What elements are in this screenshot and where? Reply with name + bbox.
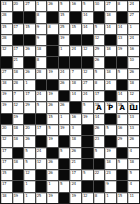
white-cell-r9c9[interactable]: 17: [94, 91, 105, 101]
white-cell-r9c3[interactable]: 17: [24, 91, 35, 101]
cell-number: 17: [95, 91, 99, 96]
white-cell-r15c5[interactable]: 26: [47, 159, 58, 169]
white-cell-r8c3[interactable]: 1: [24, 80, 35, 90]
white-cell-r9c7[interactable]: 14: [70, 91, 81, 101]
cell-number: 19: [106, 148, 110, 153]
white-cell-r5c1[interactable]: 12: [1, 46, 12, 56]
white-cell-r10c3[interactable]: 29: [24, 102, 35, 112]
white-cell-r14c12[interactable]: 4: [128, 148, 139, 158]
white-cell-r13c3[interactable]: 26: [24, 136, 35, 146]
white-cell-r18c12[interactable]: 11: [128, 193, 139, 203]
white-cell-r12c6[interactable]: 19: [59, 125, 70, 135]
white-cell-r8c2[interactable]: 28: [13, 80, 24, 90]
cell-number: 5: [48, 125, 50, 130]
white-cell-r15c3[interactable]: 5: [24, 159, 35, 169]
white-cell-r5c6[interactable]: 1: [59, 46, 70, 56]
cell-number: 1: [37, 1, 39, 6]
white-cell-r17c7[interactable]: 24: [70, 181, 81, 191]
white-cell-r3c2[interactable]: 17: [13, 24, 24, 34]
white-cell-r8c6[interactable]: 26: [59, 80, 70, 90]
white-cell-r8c7[interactable]: 18: [70, 80, 81, 90]
white-cell-r4c11[interactable]: 13: [117, 35, 128, 45]
cell-number: 17: [37, 125, 41, 130]
white-cell-r17c3[interactable]: 1: [24, 181, 35, 191]
black-cell-r17c4: [36, 181, 47, 191]
white-cell-r6c12[interactable]: 10: [128, 57, 139, 67]
white-cell-r11c6[interactable]: 1: [59, 114, 70, 124]
black-cell-r2c2: [13, 12, 24, 22]
white-cell-r8c9[interactable]: 8: [94, 80, 105, 90]
white-cell-r4c9[interactable]: 12: [94, 35, 105, 45]
black-cell-r4c3: [24, 35, 35, 45]
white-cell-r4c4[interactable]: 9: [36, 35, 47, 45]
white-cell-r12c9[interactable]: 26: [94, 125, 105, 135]
cell-number: 19: [48, 91, 52, 96]
cell-number: 26: [60, 102, 64, 107]
cell-number: 26: [95, 125, 99, 130]
cell-number: 13: [129, 114, 133, 119]
white-cell-r3c11[interactable]: 14: [117, 24, 128, 34]
white-cell-r3c12[interactable]: 1: [128, 24, 139, 34]
white-cell-r18c10[interactable]: 1: [105, 193, 116, 203]
white-cell-r10c12[interactable]: 26Ш: [128, 102, 139, 112]
white-cell-r10c1[interactable]: 19: [1, 102, 12, 112]
white-cell-r7c12[interactable]: 26: [128, 69, 139, 79]
cell-number: 16: [71, 1, 75, 6]
black-cell-r15c9: [94, 159, 105, 169]
cell-number: 20: [2, 125, 6, 130]
white-cell-r10c8[interactable]: 5: [82, 102, 93, 112]
cell-number: 24: [83, 91, 87, 96]
white-cell-r12c4[interactable]: 17: [36, 125, 47, 135]
white-cell-r3c6[interactable]: 25: [59, 24, 70, 34]
white-cell-r18c7[interactable]: 19: [70, 193, 81, 203]
cell-number: 1: [60, 46, 62, 51]
white-cell-r15c7[interactable]: 21: [70, 159, 81, 169]
white-cell-r9c12[interactable]: 12: [128, 91, 139, 101]
given-letter: А: [94, 103, 105, 112]
white-cell-r18c2[interactable]: 19: [13, 193, 24, 203]
cell-number: 8: [118, 114, 120, 119]
white-cell-r12c7[interactable]: 3: [70, 125, 81, 135]
white-cell-r1c8[interactable]: 5: [82, 1, 93, 11]
white-cell-r16c5[interactable]: 26: [47, 170, 58, 180]
black-cell-r16c2: [13, 170, 24, 180]
black-cell-r6c11: [117, 57, 128, 67]
white-cell-r1c12[interactable]: 24: [128, 1, 139, 11]
white-cell-r1c5[interactable]: 26: [47, 1, 58, 11]
white-cell-r7c11[interactable]: 5: [117, 69, 128, 79]
white-cell-r15c12[interactable]: 18: [128, 159, 139, 169]
cell-number: 26: [25, 136, 29, 141]
cell-number: 14: [118, 91, 122, 96]
cell-number: 19: [48, 69, 52, 74]
white-cell-r9c2[interactable]: 7: [13, 91, 24, 101]
cell-number: 14: [118, 24, 122, 29]
white-cell-r4c6[interactable]: 19: [59, 35, 70, 45]
black-cell-r2c3: [24, 12, 35, 22]
white-cell-r15c4[interactable]: 12: [36, 159, 47, 169]
white-cell-r7c4[interactable]: 28: [36, 69, 47, 79]
white-cell-r5c8[interactable]: 12: [82, 46, 93, 56]
cell-number: 29: [118, 136, 122, 141]
cell-number: 19: [83, 114, 87, 119]
cell-number: 7: [71, 69, 73, 74]
white-cell-r15c2[interactable]: 18: [13, 159, 24, 169]
black-cell-r2c7: [70, 12, 81, 22]
white-cell-r10c10[interactable]: 16Р: [105, 102, 116, 112]
cell-number: 14: [83, 12, 87, 17]
white-cell-r14c4[interactable]: 24: [36, 148, 47, 158]
cell-number: 5: [25, 159, 27, 164]
white-cell-r4c12[interactable]: 24: [128, 35, 139, 45]
white-cell-r9c1[interactable]: 19: [1, 91, 12, 101]
cell-number: 17: [2, 181, 6, 186]
white-cell-r10c4[interactable]: 5: [36, 102, 47, 112]
white-cell-r2c6[interactable]: 15: [59, 12, 70, 22]
cell-number: 5: [129, 170, 131, 175]
cell-number: 19: [60, 35, 64, 40]
white-cell-r18c4[interactable]: 25: [36, 193, 47, 203]
white-cell-r3c5[interactable]: 8: [47, 24, 58, 34]
white-cell-r5c2[interactable]: 17: [13, 46, 24, 56]
white-cell-r16c3[interactable]: 12: [24, 170, 35, 180]
white-cell-r10c9[interactable]: 18А: [94, 102, 105, 112]
white-cell-r11c5[interactable]: 15: [47, 114, 58, 124]
cell-number: 14: [83, 24, 87, 29]
white-cell-r1c11[interactable]: 8: [117, 1, 128, 11]
cell-number: 19: [14, 114, 18, 119]
white-cell-r14c9[interactable]: 5: [94, 148, 105, 158]
white-cell-r7c9[interactable]: 5: [94, 69, 105, 79]
cell-number: 18: [14, 69, 18, 74]
white-cell-r18c11[interactable]: 15: [117, 193, 128, 203]
cell-number: 5: [60, 181, 62, 186]
white-cell-r17c10[interactable]: 9: [105, 181, 116, 191]
black-cell-r4c2: [13, 35, 24, 45]
white-cell-r16c9[interactable]: 22: [94, 170, 105, 180]
cell-number: 12: [37, 159, 41, 164]
white-cell-r14c7[interactable]: 26: [70, 148, 81, 158]
white-cell-r4c1[interactable]: 28: [1, 35, 12, 45]
cell-number: 15: [118, 193, 122, 198]
white-cell-r9c4[interactable]: 24: [36, 91, 47, 101]
white-cell-r9c5[interactable]: 19: [47, 91, 58, 101]
white-cell-r1c1[interactable]: 13: [1, 1, 12, 11]
black-cell-r13c4: [36, 136, 47, 146]
cell-number: 27: [25, 1, 29, 6]
cell-number: 19: [71, 193, 75, 198]
cell-number: 14: [71, 91, 75, 96]
white-cell-r7c10[interactable]: 18: [105, 69, 116, 79]
cell-number: 5: [106, 125, 108, 130]
white-cell-r12c11[interactable]: 16: [117, 125, 128, 135]
white-cell-r14c10[interactable]: 19: [105, 148, 116, 158]
white-cell-r14c1[interactable]: 17: [1, 148, 12, 158]
white-cell-r12c1[interactable]: 20: [1, 125, 12, 135]
cell-number: 5: [83, 170, 85, 175]
white-cell-r7c5[interactable]: 19: [47, 69, 58, 79]
black-cell-r11c1: [1, 114, 12, 124]
white-cell-r3c4[interactable]: 9: [36, 24, 47, 34]
white-cell-r18c9[interactable]: 8: [94, 193, 105, 203]
cell-number: 5: [118, 159, 120, 164]
cell-number: 27: [129, 12, 133, 17]
cell-number: 16: [129, 46, 133, 51]
black-cell-r18c6: [59, 193, 70, 203]
cell-number: 13: [118, 35, 122, 40]
white-cell-r13c11[interactable]: 29: [117, 136, 128, 146]
white-cell-r5c12[interactable]: 16: [128, 46, 139, 56]
white-cell-r5c7[interactable]: 24: [70, 46, 81, 56]
cell-number: 17: [2, 148, 6, 153]
black-cell-r9c6: [59, 91, 70, 101]
black-cell-r2c11: [117, 12, 128, 22]
white-cell-r3c7[interactable]: 15: [70, 24, 81, 34]
white-cell-r8c12[interactable]: 18: [128, 80, 139, 90]
cell-number: 8: [37, 12, 39, 17]
white-cell-r1c10[interactable]: 27: [105, 1, 116, 11]
black-cell-r6c5: [47, 57, 58, 67]
white-cell-r1c7[interactable]: 16: [70, 1, 81, 11]
white-cell-r17c6[interactable]: 5: [59, 181, 70, 191]
white-cell-r17c1[interactable]: 17: [1, 181, 12, 191]
cell-number: 16: [118, 125, 122, 130]
white-cell-r15c10[interactable]: 18: [105, 159, 116, 169]
white-cell-r9c11[interactable]: 14: [117, 91, 128, 101]
cell-number: 8: [95, 80, 97, 85]
cell-number: 5: [95, 69, 97, 74]
cell-number: 27: [83, 80, 87, 85]
black-cell-r4c5: [47, 35, 58, 45]
white-cell-r12c5[interactable]: 5: [47, 125, 58, 135]
white-cell-r12c3[interactable]: 20: [24, 125, 35, 135]
cell-number: 26: [129, 69, 133, 74]
white-cell-r13c12[interactable]: 26: [128, 136, 139, 146]
cell-number: 19: [118, 46, 122, 51]
white-cell-r14c3[interactable]: 5: [24, 148, 35, 158]
white-cell-r8c1[interactable]: 18: [1, 80, 12, 90]
white-cell-r8c8[interactable]: 27: [82, 80, 93, 90]
white-cell-r10c6[interactable]: 26: [59, 102, 70, 112]
white-cell-r11c2[interactable]: 19: [13, 114, 24, 124]
white-cell-r2c12[interactable]: 27: [128, 12, 139, 22]
white-cell-r3c10[interactable]: 14: [105, 24, 116, 34]
white-cell-r1c6[interactable]: 5: [59, 1, 70, 11]
black-cell-r14c8: [82, 148, 93, 158]
white-cell-r1c2[interactable]: 20: [13, 1, 24, 11]
cell-number: 17: [25, 91, 29, 96]
cell-number: 9: [106, 181, 108, 186]
white-cell-r17c5[interactable]: 1: [47, 181, 58, 191]
white-cell-r18c5[interactable]: 19: [47, 193, 58, 203]
cell-number: 26: [60, 80, 64, 85]
white-cell-r7c6[interactable]: 24: [59, 69, 70, 79]
cell-number: 15: [71, 24, 75, 29]
white-cell-r1c3[interactable]: 27: [24, 1, 35, 11]
black-cell-r13c8: [82, 136, 93, 146]
white-cell-r13c7[interactable]: 18: [70, 136, 81, 146]
black-cell-r4c8: [82, 35, 93, 45]
cell-number: 3: [71, 125, 73, 130]
white-cell-r3c8[interactable]: 14: [82, 24, 93, 34]
white-cell-r11c7[interactable]: 16: [70, 114, 81, 124]
black-cell-r6c7: [70, 57, 81, 67]
cell-number: 18: [14, 125, 18, 130]
white-cell-r16c10[interactable]: 23: [105, 170, 116, 180]
white-cell-r16c8[interactable]: 5: [82, 170, 93, 180]
white-cell-r13c2[interactable]: 18: [13, 136, 24, 146]
cell-number: 5: [25, 148, 27, 153]
cell-number: 21: [14, 57, 18, 62]
cell-number: 5: [83, 102, 85, 107]
cell-number: 11: [129, 193, 133, 198]
white-cell-r7c1[interactable]: 27: [1, 69, 12, 79]
cell-number: 18: [14, 136, 18, 141]
white-cell-r1c9[interactable]: 10: [94, 1, 105, 11]
white-cell-r6c4[interactable]: 8: [36, 57, 47, 67]
black-cell-r5c5: [47, 46, 58, 56]
black-cell-r4c10: [105, 35, 116, 45]
white-cell-r7c8[interactable]: 12: [82, 69, 93, 79]
white-cell-r2c8[interactable]: 14: [82, 12, 93, 22]
white-cell-r2c10[interactable]: 18: [105, 12, 116, 22]
black-cell-r11c4: [36, 114, 47, 124]
cell-number: 25: [37, 193, 41, 198]
black-cell-r6c1: [1, 57, 12, 67]
cell-number: 22: [95, 170, 99, 175]
white-cell-r12c10[interactable]: 5: [105, 125, 116, 135]
white-cell-r10c5[interactable]: 26: [47, 102, 58, 112]
black-cell-r10c7: [70, 102, 81, 112]
cell-number: 18: [71, 80, 75, 85]
cell-number: 19: [60, 125, 64, 130]
white-cell-r11c12[interactable]: 13: [128, 114, 139, 124]
white-cell-r5c9[interactable]: 29: [94, 46, 105, 56]
cell-number: 26: [48, 170, 52, 175]
white-cell-r10c2[interactable]: 12: [13, 102, 24, 112]
cell-number: 27: [2, 69, 6, 74]
cell-number: 12: [14, 102, 18, 107]
cell-number: 18: [106, 46, 110, 51]
white-cell-r2c4[interactable]: 8: [36, 12, 47, 22]
white-cell-r16c7[interactable]: 17: [70, 170, 81, 180]
white-cell-r11c9[interactable]: 14: [94, 114, 105, 124]
given-letter: А: [117, 103, 128, 112]
black-cell-r6c8: [82, 57, 93, 67]
cell-number: 24: [71, 181, 75, 186]
cell-number: 24: [37, 91, 41, 96]
cell-number: 10: [95, 1, 99, 6]
cell-number: 24: [106, 80, 110, 85]
cell-number: 21: [71, 159, 75, 164]
black-cell-r8c11: [117, 80, 128, 90]
white-cell-r11c11[interactable]: 8: [117, 114, 128, 124]
cell-number: 23: [95, 136, 99, 141]
cell-number: 7: [14, 91, 16, 96]
white-cell-r7c2[interactable]: 18: [13, 69, 24, 79]
black-cell-r17c2: [13, 181, 24, 191]
black-cell-r16c6: [59, 170, 70, 180]
crossword-grid: 1320271265165102782428815141827151715982…: [0, 0, 140, 204]
cell-number: 4: [129, 181, 131, 186]
cell-number: 18: [2, 193, 6, 198]
cell-number: 1: [25, 181, 27, 186]
black-cell-r9c10: [105, 91, 116, 101]
white-cell-r13c5[interactable]: 19: [47, 136, 58, 146]
white-cell-r18c1[interactable]: 18: [1, 193, 12, 203]
cell-number: 12: [2, 46, 6, 51]
cell-number: 9: [37, 35, 39, 40]
black-cell-r13c6: [59, 136, 70, 146]
white-cell-r5c4[interactable]: 18: [36, 46, 47, 56]
white-cell-r15c11[interactable]: 5: [117, 159, 128, 169]
white-cell-r16c1[interactable]: 15: [1, 170, 12, 180]
cell-number: 1: [60, 114, 62, 119]
white-cell-r6c2[interactable]: 21: [13, 57, 24, 67]
white-cell-r13c1[interactable]: 12: [1, 136, 12, 146]
white-cell-r8c10[interactable]: 24: [105, 80, 116, 90]
white-cell-r5c10[interactable]: 18: [105, 46, 116, 56]
white-cell-r5c11[interactable]: 19: [117, 46, 128, 56]
white-cell-r9c8[interactable]: 24: [82, 91, 93, 101]
white-cell-r6c9[interactable]: 26: [94, 57, 105, 67]
white-cell-r1c4[interactable]: 1: [36, 1, 47, 11]
white-cell-r7c3[interactable]: 26: [24, 69, 35, 79]
cell-number: 26: [48, 102, 52, 107]
white-cell-r13c9[interactable]: 23: [94, 136, 105, 146]
white-cell-r12c2[interactable]: 18: [13, 125, 24, 135]
white-cell-r17c12[interactable]: 4: [128, 181, 139, 191]
cell-number: 5: [95, 148, 97, 153]
black-cell-r17c8: [82, 181, 93, 191]
black-cell-r15c8: [82, 159, 93, 169]
white-cell-r14c6[interactable]: 5: [59, 148, 70, 158]
cell-number: 26: [48, 159, 52, 164]
white-cell-r12c12[interactable]: 13: [128, 125, 139, 135]
white-cell-r2c1[interactable]: 28: [1, 12, 12, 22]
cell-number: 13: [2, 1, 6, 6]
cell-number: 5: [60, 148, 62, 153]
cell-number: 5: [95, 24, 97, 29]
cell-number: 27: [106, 1, 110, 6]
cell-number: 15: [60, 12, 64, 17]
white-cell-r3c9[interactable]: 5: [94, 24, 105, 34]
white-cell-r11c8[interactable]: 19: [82, 114, 93, 124]
white-cell-r15c1[interactable]: 17: [1, 159, 12, 169]
white-cell-r7c7[interactable]: 7: [70, 69, 81, 79]
black-cell-r8c4: [36, 80, 47, 90]
white-cell-r16c12[interactable]: 5: [128, 170, 139, 180]
given-letter: Р: [105, 103, 116, 112]
white-cell-r3c1[interactable]: 15: [1, 24, 12, 34]
white-cell-r3c3[interactable]: 15: [24, 24, 35, 34]
cell-number: 18: [129, 80, 133, 85]
cell-number: 26: [25, 69, 29, 74]
cell-number: 18: [37, 46, 41, 51]
white-cell-r18c3[interactable]: 1: [24, 193, 35, 203]
cell-number: 18: [14, 159, 18, 164]
cell-number: 24: [71, 46, 75, 51]
cell-number: 1: [25, 80, 27, 85]
black-cell-r14c2: [13, 148, 24, 158]
white-cell-r5c3[interactable]: 26: [24, 46, 35, 56]
white-cell-r10c11[interactable]: 18А: [117, 102, 128, 112]
cell-number: 23: [106, 170, 110, 175]
white-cell-r18c8[interactable]: 12: [82, 193, 93, 203]
cell-number: 19: [48, 193, 52, 198]
black-cell-r14c5: [47, 148, 58, 158]
